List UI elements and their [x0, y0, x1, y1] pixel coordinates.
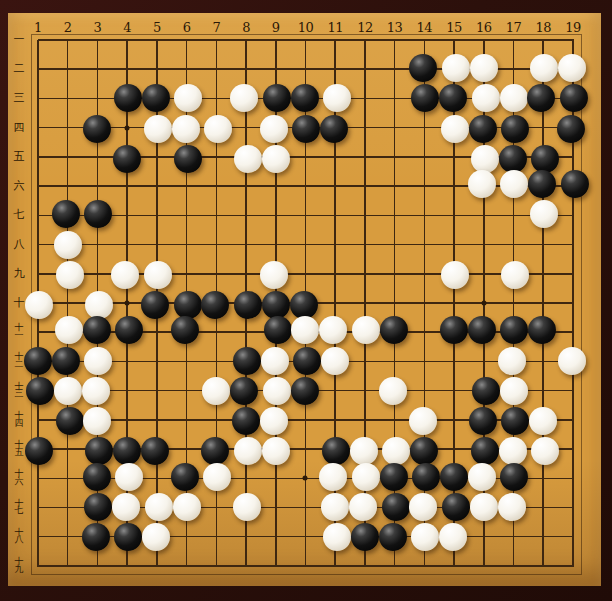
- black-stone: [440, 316, 468, 344]
- column-coordinate-label: 4: [123, 20, 131, 35]
- white-stone: [352, 463, 380, 491]
- grid-line-vertical: [67, 40, 69, 567]
- black-stone: [82, 523, 110, 551]
- white-stone: [234, 437, 262, 465]
- black-stone: [439, 84, 467, 112]
- star-point: [125, 125, 130, 130]
- black-stone: [351, 523, 379, 551]
- white-stone: [321, 493, 349, 521]
- black-stone: [293, 347, 321, 375]
- column-coordinate-label: 17: [506, 20, 522, 35]
- row-coordinate-label: 十五: [12, 441, 26, 456]
- column-coordinate-label: 8: [242, 20, 250, 35]
- black-stone: [52, 347, 80, 375]
- black-stone: [141, 437, 169, 465]
- black-stone: [409, 54, 437, 82]
- grid-line-horizontal: [38, 244, 574, 246]
- row-coordinate-label: 三: [12, 94, 26, 103]
- column-coordinate-label: 1: [34, 20, 42, 35]
- black-stone: [83, 463, 111, 491]
- black-stone: [142, 84, 170, 112]
- column-coordinate-label: 12: [357, 20, 373, 35]
- go-board: 12345678910111213141516171819一二三四五六七八九十十…: [8, 13, 601, 586]
- black-stone: [560, 84, 588, 112]
- star-point: [303, 476, 308, 481]
- white-stone: [409, 493, 437, 521]
- white-stone: [234, 145, 262, 173]
- black-stone: [471, 437, 499, 465]
- grid-line-horizontal: [38, 39, 574, 41]
- black-stone: [379, 523, 407, 551]
- white-stone: [470, 54, 498, 82]
- white-stone: [350, 437, 378, 465]
- white-stone: [173, 493, 201, 521]
- black-stone: [52, 200, 80, 228]
- row-coordinate-label: 十: [12, 298, 26, 307]
- white-stone: [262, 437, 290, 465]
- white-stone: [442, 54, 470, 82]
- row-coordinate-label: 五: [12, 152, 26, 161]
- white-stone: [54, 231, 82, 259]
- column-coordinate-label: 6: [183, 20, 191, 35]
- white-stone: [174, 84, 202, 112]
- black-stone: [442, 493, 470, 521]
- white-stone: [56, 261, 84, 289]
- column-coordinate-label: 15: [446, 20, 462, 35]
- black-stone: [201, 291, 229, 319]
- white-stone: [260, 261, 288, 289]
- black-stone: [528, 316, 556, 344]
- black-stone: [472, 377, 500, 405]
- white-stone: [382, 437, 410, 465]
- white-stone: [501, 261, 529, 289]
- white-stone: [145, 493, 173, 521]
- white-stone: [498, 493, 526, 521]
- column-coordinate-label: 18: [535, 20, 551, 35]
- black-stone: [171, 316, 199, 344]
- black-stone: [291, 84, 319, 112]
- white-stone: [82, 377, 110, 405]
- column-coordinate-label: 5: [153, 20, 161, 35]
- white-stone: [260, 115, 288, 143]
- white-stone: [411, 523, 439, 551]
- star-point: [125, 300, 130, 305]
- black-stone: [115, 316, 143, 344]
- white-stone: [500, 170, 528, 198]
- white-stone: [54, 377, 82, 405]
- black-stone: [201, 437, 229, 465]
- black-stone: [174, 291, 202, 319]
- white-stone: [498, 347, 526, 375]
- black-stone: [322, 437, 350, 465]
- black-stone: [234, 291, 262, 319]
- black-stone: [500, 463, 528, 491]
- white-stone: [472, 84, 500, 112]
- white-stone: [319, 316, 347, 344]
- black-stone: [380, 463, 408, 491]
- white-stone: [25, 291, 53, 319]
- black-stone: [141, 291, 169, 319]
- black-stone: [501, 407, 529, 435]
- white-stone: [500, 84, 528, 112]
- white-stone: [352, 316, 380, 344]
- black-stone: [230, 377, 258, 405]
- black-stone: [501, 115, 529, 143]
- column-coordinate-label: 13: [387, 20, 403, 35]
- column-coordinate-label: 9: [272, 20, 280, 35]
- grid-line-vertical: [542, 40, 544, 567]
- row-coordinate-label: 七: [12, 211, 26, 220]
- star-point: [481, 300, 486, 305]
- row-coordinate-label: 十四: [12, 412, 26, 427]
- black-stone: [528, 170, 556, 198]
- white-stone: [233, 493, 261, 521]
- row-coordinate-label: 六: [12, 181, 26, 190]
- black-stone: [262, 291, 290, 319]
- white-stone: [85, 291, 113, 319]
- black-stone: [440, 463, 468, 491]
- column-coordinate-label: 10: [298, 20, 314, 35]
- black-stone: [382, 493, 410, 521]
- black-stone: [232, 407, 260, 435]
- white-stone: [468, 463, 496, 491]
- white-stone: [291, 316, 319, 344]
- black-stone: [380, 316, 408, 344]
- column-coordinate-label: 2: [64, 20, 72, 35]
- black-stone: [500, 316, 528, 344]
- black-stone: [291, 377, 319, 405]
- row-coordinate-label: 十一: [12, 325, 26, 340]
- white-stone: [203, 463, 231, 491]
- white-stone: [84, 347, 112, 375]
- white-stone: [531, 437, 559, 465]
- white-stone: [500, 377, 528, 405]
- white-stone: [529, 407, 557, 435]
- white-stone: [530, 200, 558, 228]
- black-stone: [25, 437, 53, 465]
- row-coordinate-label: 四: [12, 123, 26, 132]
- column-coordinate-label: 19: [565, 20, 581, 35]
- black-stone: [83, 316, 111, 344]
- black-stone: [113, 437, 141, 465]
- white-stone: [409, 407, 437, 435]
- white-stone: [319, 463, 347, 491]
- white-stone: [262, 145, 290, 173]
- grid-line-horizontal: [38, 215, 574, 217]
- white-stone: [260, 407, 288, 435]
- white-stone: [112, 493, 140, 521]
- white-stone: [261, 347, 289, 375]
- black-stone: [411, 84, 439, 112]
- white-stone: [111, 261, 139, 289]
- white-stone: [530, 54, 558, 82]
- row-coordinate-label: 九: [12, 269, 26, 278]
- black-stone: [292, 115, 320, 143]
- black-stone: [84, 200, 112, 228]
- white-stone: [144, 115, 172, 143]
- white-stone: [144, 261, 172, 289]
- black-stone: [84, 493, 112, 521]
- row-coordinate-label: 十六: [12, 471, 26, 486]
- black-stone: [469, 407, 497, 435]
- white-stone: [321, 347, 349, 375]
- row-coordinate-label: 八: [12, 240, 26, 249]
- white-stone: [83, 407, 111, 435]
- white-stone: [379, 377, 407, 405]
- column-coordinate-label: 11: [327, 20, 343, 35]
- white-stone: [441, 261, 469, 289]
- black-stone: [561, 170, 589, 198]
- column-coordinate-label: 3: [94, 20, 102, 35]
- white-stone: [323, 523, 351, 551]
- white-stone: [230, 84, 258, 112]
- black-stone: [469, 115, 497, 143]
- white-stone: [204, 115, 232, 143]
- white-stone: [499, 437, 527, 465]
- white-stone: [468, 170, 496, 198]
- white-stone: [115, 463, 143, 491]
- black-stone: [264, 316, 292, 344]
- black-stone: [263, 84, 291, 112]
- black-stone: [83, 115, 111, 143]
- column-coordinate-label: 16: [476, 20, 492, 35]
- black-stone: [114, 523, 142, 551]
- white-stone: [55, 316, 83, 344]
- white-stone: [470, 493, 498, 521]
- black-stone: [557, 115, 585, 143]
- white-stone: [441, 115, 469, 143]
- white-stone: [202, 377, 230, 405]
- black-stone: [527, 84, 555, 112]
- white-stone: [142, 523, 170, 551]
- black-stone: [56, 407, 84, 435]
- column-coordinate-label: 14: [417, 20, 433, 35]
- black-stone: [468, 316, 496, 344]
- black-stone: [531, 145, 559, 173]
- column-coordinate-label: 7: [212, 20, 220, 35]
- black-stone: [410, 437, 438, 465]
- white-stone: [471, 145, 499, 173]
- row-coordinate-label: 十七: [12, 500, 26, 515]
- row-coordinate-label: 一: [12, 35, 26, 44]
- black-stone: [171, 463, 199, 491]
- white-stone: [439, 523, 467, 551]
- black-stone: [174, 145, 202, 173]
- row-coordinate-label: 十八: [12, 529, 26, 544]
- black-stone: [24, 347, 52, 375]
- black-stone: [26, 377, 54, 405]
- black-stone: [85, 437, 113, 465]
- grid-line-horizontal: [38, 565, 574, 567]
- row-coordinate-label: 十九: [12, 558, 26, 573]
- white-stone: [558, 54, 586, 82]
- white-stone: [323, 84, 351, 112]
- black-stone: [412, 463, 440, 491]
- white-stone: [263, 377, 291, 405]
- black-stone: [114, 84, 142, 112]
- row-coordinate-label: 二: [12, 65, 26, 74]
- white-stone: [172, 115, 200, 143]
- row-coordinate-label: 十三: [12, 383, 26, 398]
- black-stone: [290, 291, 318, 319]
- white-stone: [558, 347, 586, 375]
- black-stone: [320, 115, 348, 143]
- black-stone: [113, 145, 141, 173]
- white-stone: [349, 493, 377, 521]
- black-stone: [233, 347, 261, 375]
- black-stone: [499, 145, 527, 173]
